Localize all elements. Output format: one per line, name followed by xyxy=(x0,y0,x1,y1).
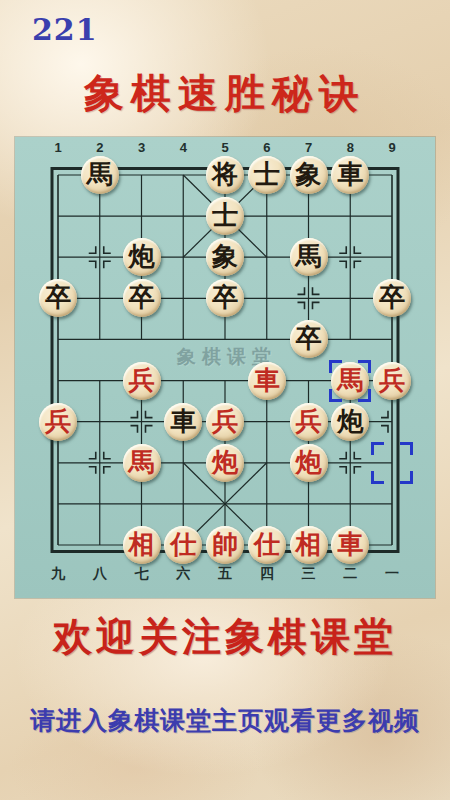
piece-red-仕[interactable]: 仕 xyxy=(248,526,286,564)
file-label-bottom: 四 xyxy=(255,565,279,583)
piece-red-兵[interactable]: 兵 xyxy=(206,403,244,441)
piece-glyph: 兵 xyxy=(45,402,71,440)
file-label-bottom: 九 xyxy=(46,565,70,583)
piece-glyph: 車 xyxy=(254,361,280,399)
piece-glyph: 兵 xyxy=(129,361,155,399)
piece-glyph: 象 xyxy=(212,237,238,275)
piece-glyph: 士 xyxy=(254,155,280,193)
piece-glyph: 卒 xyxy=(45,278,71,316)
piece-glyph: 炮 xyxy=(296,443,322,481)
piece-black-車[interactable]: 車 xyxy=(164,403,202,441)
piece-glyph: 炮 xyxy=(129,237,155,275)
file-label-top: 4 xyxy=(171,140,195,155)
bracket-corner xyxy=(329,360,342,373)
piece-red-炮[interactable]: 炮 xyxy=(290,444,328,482)
lesson-number: 221 xyxy=(32,12,98,47)
piece-black-象[interactable]: 象 xyxy=(290,156,328,194)
piece-red-仕[interactable]: 仕 xyxy=(164,526,202,564)
piece-glyph: 馬 xyxy=(87,155,113,193)
bracket-corner xyxy=(400,442,413,455)
file-label-top: 1 xyxy=(46,140,70,155)
footer-banner: 欢迎关注象棋课堂 xyxy=(0,610,450,664)
xiangqi-board: 象棋课堂 123456789 九八七六五四三二一 馬将士象車士炮象馬卒卒卒卒卒兵… xyxy=(15,137,435,598)
piece-red-兵[interactable]: 兵 xyxy=(39,403,77,441)
bracket-corner xyxy=(371,471,384,484)
piece-black-将[interactable]: 将 xyxy=(206,156,244,194)
piece-glyph: 卒 xyxy=(379,278,405,316)
piece-glyph: 仕 xyxy=(170,525,196,563)
page-title: 象棋速胜秘诀 xyxy=(0,66,450,121)
selected-piece-marker xyxy=(329,360,371,402)
piece-red-帥[interactable]: 帥 xyxy=(206,526,244,564)
piece-red-相[interactable]: 相 xyxy=(123,526,161,564)
piece-glyph: 炮 xyxy=(212,443,238,481)
piece-black-馬[interactable]: 馬 xyxy=(81,156,119,194)
file-label-top: 5 xyxy=(213,140,237,155)
piece-black-卒[interactable]: 卒 xyxy=(123,279,161,317)
piece-glyph: 士 xyxy=(212,196,238,234)
piece-red-車[interactable]: 車 xyxy=(331,526,369,564)
piece-red-馬[interactable]: 馬 xyxy=(123,444,161,482)
piece-glyph: 卒 xyxy=(129,278,155,316)
piece-red-相[interactable]: 相 xyxy=(290,526,328,564)
file-label-bottom: 七 xyxy=(130,565,154,583)
file-label-top: 6 xyxy=(255,140,279,155)
piece-glyph: 車 xyxy=(337,155,363,193)
piece-glyph: 車 xyxy=(170,402,196,440)
piece-glyph: 馬 xyxy=(129,443,155,481)
bracket-corner xyxy=(371,442,384,455)
piece-glyph: 相 xyxy=(129,525,155,563)
piece-black-士[interactable]: 士 xyxy=(206,197,244,235)
file-label-top: 7 xyxy=(297,140,321,155)
file-label-top: 3 xyxy=(130,140,154,155)
piece-red-兵[interactable]: 兵 xyxy=(290,403,328,441)
file-label-bottom: 三 xyxy=(297,565,321,583)
file-label-bottom: 六 xyxy=(171,565,195,583)
piece-black-卒[interactable]: 卒 xyxy=(290,320,328,358)
piece-red-兵[interactable]: 兵 xyxy=(373,362,411,400)
file-label-bottom: 二 xyxy=(338,565,362,583)
piece-black-炮[interactable]: 炮 xyxy=(123,238,161,276)
piece-glyph: 卒 xyxy=(296,319,322,357)
piece-black-象[interactable]: 象 xyxy=(206,238,244,276)
file-label-top: 2 xyxy=(88,140,112,155)
piece-black-炮[interactable]: 炮 xyxy=(331,403,369,441)
piece-glyph: 帥 xyxy=(212,525,238,563)
piece-black-士[interactable]: 士 xyxy=(248,156,286,194)
piece-red-兵[interactable]: 兵 xyxy=(123,362,161,400)
piece-glyph: 象 xyxy=(296,155,322,193)
file-label-bottom: 八 xyxy=(88,565,112,583)
bracket-corner xyxy=(358,389,371,402)
piece-glyph: 炮 xyxy=(337,402,363,440)
piece-glyph: 将 xyxy=(212,155,238,193)
piece-red-車[interactable]: 車 xyxy=(248,362,286,400)
bracket-corner xyxy=(329,389,342,402)
bracket-corner xyxy=(358,360,371,373)
page: 221 象棋速胜秘诀 象棋课堂 123456789 九八七六五四三二一 馬将士象… xyxy=(0,0,450,800)
file-label-top: 9 xyxy=(380,140,404,155)
piece-glyph: 馬 xyxy=(296,237,322,275)
piece-red-炮[interactable]: 炮 xyxy=(206,444,244,482)
file-label-top: 8 xyxy=(338,140,362,155)
piece-glyph: 兵 xyxy=(379,361,405,399)
piece-glyph: 卒 xyxy=(212,278,238,316)
bracket-corner xyxy=(400,471,413,484)
piece-glyph: 兵 xyxy=(296,402,322,440)
move-origin-marker xyxy=(371,442,413,484)
piece-black-馬[interactable]: 馬 xyxy=(290,238,328,276)
file-label-bottom: 一 xyxy=(380,565,404,583)
piece-glyph: 相 xyxy=(296,525,322,563)
piece-glyph: 仕 xyxy=(254,525,280,563)
footer-note: 请进入象棋课堂主页观看更多视频 xyxy=(0,704,450,737)
piece-glyph: 兵 xyxy=(212,402,238,440)
file-label-bottom: 五 xyxy=(213,565,237,583)
piece-black-車[interactable]: 車 xyxy=(331,156,369,194)
piece-glyph: 車 xyxy=(337,525,363,563)
